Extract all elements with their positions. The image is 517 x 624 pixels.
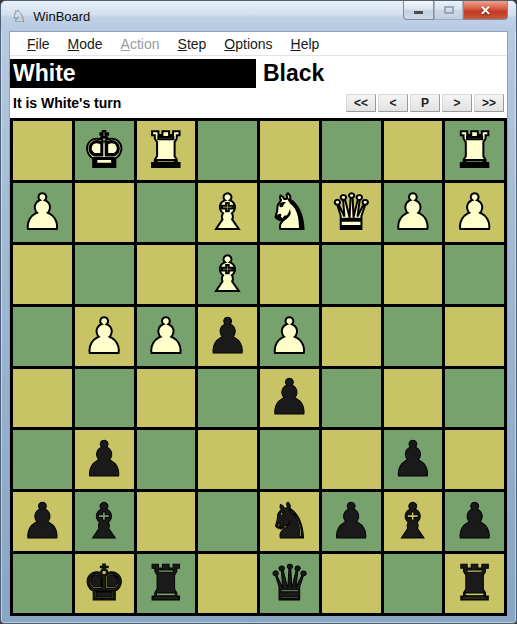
rewind-to-start-button[interactable]: << <box>346 94 376 112</box>
winboard-knight-icon: ♘ <box>11 8 26 25</box>
maximize-button[interactable] <box>434 1 463 20</box>
square-h4[interactable] <box>13 307 72 366</box>
black-pawn[interactable]: ♟ <box>20 497 64 546</box>
square-e4[interactable]: ♟ <box>198 307 257 366</box>
black-king[interactable]: ♚ <box>82 559 126 608</box>
black-pawn[interactable]: ♟ <box>206 312 250 361</box>
close-button[interactable]: ✕ <box>463 1 508 20</box>
square-c6[interactable] <box>322 430 381 489</box>
square-f1[interactable]: ♜ <box>137 121 196 180</box>
square-b7[interactable]: ♝ <box>384 492 443 551</box>
white-bishop[interactable]: ♝ <box>206 250 250 299</box>
square-g1[interactable]: ♚ <box>75 121 134 180</box>
pause-button[interactable]: P <box>410 94 440 112</box>
white-rook[interactable]: ♜ <box>144 126 188 175</box>
square-h5[interactable] <box>13 369 72 428</box>
black-pawn[interactable]: ♟ <box>453 497 497 546</box>
black-rook[interactable]: ♜ <box>144 559 188 608</box>
square-a6[interactable] <box>445 430 504 489</box>
square-e6[interactable] <box>198 430 257 489</box>
clock-row: White Black <box>10 56 507 89</box>
black-rook[interactable]: ♜ <box>453 559 497 608</box>
square-g5[interactable] <box>75 369 134 428</box>
square-b1[interactable] <box>384 121 443 180</box>
square-a2[interactable]: ♟ <box>445 183 504 242</box>
square-c8[interactable] <box>322 554 381 613</box>
black-pawn[interactable]: ♟ <box>391 435 435 484</box>
square-c2[interactable]: ♛ <box>322 183 381 242</box>
square-a5[interactable] <box>445 369 504 428</box>
white-king[interactable]: ♚ <box>82 126 126 175</box>
square-d1[interactable] <box>260 121 319 180</box>
square-h2[interactable]: ♟ <box>13 183 72 242</box>
menu-step[interactable]: Step <box>169 36 216 52</box>
close-icon: ✕ <box>480 3 491 18</box>
square-d8[interactable]: ♛ <box>260 554 319 613</box>
black-clock[interactable]: Black <box>256 60 324 87</box>
turn-status-message: It is White's turn <box>13 95 121 111</box>
square-d2[interactable]: ♞ <box>260 183 319 242</box>
window-title: WinBoard <box>33 9 90 24</box>
square-g7[interactable]: ♝ <box>75 492 134 551</box>
square-a1[interactable]: ♜ <box>445 121 504 180</box>
square-b4[interactable] <box>384 307 443 366</box>
fast-forward-button[interactable]: >> <box>474 94 504 112</box>
white-pawn[interactable]: ♟ <box>453 188 497 237</box>
black-pawn[interactable]: ♟ <box>329 497 373 546</box>
square-g2[interactable] <box>75 183 134 242</box>
white-queen[interactable]: ♛ <box>329 188 373 237</box>
square-b3[interactable] <box>384 245 443 304</box>
square-e1[interactable] <box>198 121 257 180</box>
square-d7[interactable]: ♞ <box>260 492 319 551</box>
square-b2[interactable]: ♟ <box>384 183 443 242</box>
white-pawn[interactable]: ♟ <box>82 312 126 361</box>
square-g8[interactable]: ♚ <box>75 554 134 613</box>
black-pawn[interactable]: ♟ <box>267 373 311 422</box>
square-f5[interactable] <box>137 369 196 428</box>
square-g4[interactable]: ♟ <box>75 307 134 366</box>
square-e8[interactable] <box>198 554 257 613</box>
minimize-button[interactable] <box>403 1 434 20</box>
step-forward-button[interactable]: > <box>442 94 472 112</box>
square-d6[interactable] <box>260 430 319 489</box>
black-bishop[interactable]: ♝ <box>82 497 126 546</box>
chess-board: ♚♜♜♟♝♞♛♟♟♝♟♟♟♟♟♟♟♟♝♞♟♝♟♚♜♛♜ <box>10 118 507 616</box>
white-pawn[interactable]: ♟ <box>391 188 435 237</box>
black-bishop[interactable]: ♝ <box>391 497 435 546</box>
square-b6[interactable]: ♟ <box>384 430 443 489</box>
status-row: It is White's turn << < P > >> <box>10 89 507 118</box>
white-rook[interactable]: ♜ <box>453 126 497 175</box>
square-e5[interactable] <box>198 369 257 428</box>
black-pawn[interactable]: ♟ <box>82 435 126 484</box>
menu-bar: File Mode Action Step Options Help <box>10 32 507 56</box>
square-f4[interactable]: ♟ <box>137 307 196 366</box>
square-c7[interactable]: ♟ <box>322 492 381 551</box>
square-a7[interactable]: ♟ <box>445 492 504 551</box>
square-f6[interactable] <box>137 430 196 489</box>
square-h8[interactable] <box>13 554 72 613</box>
square-b5[interactable] <box>384 369 443 428</box>
white-pawn[interactable]: ♟ <box>144 312 188 361</box>
white-bishop[interactable]: ♝ <box>206 188 250 237</box>
square-f2[interactable] <box>137 183 196 242</box>
square-c4[interactable] <box>322 307 381 366</box>
square-c3[interactable] <box>322 245 381 304</box>
black-queen[interactable]: ♛ <box>267 559 311 608</box>
white-pawn[interactable]: ♟ <box>267 312 311 361</box>
square-h7[interactable]: ♟ <box>13 492 72 551</box>
square-h6[interactable] <box>13 430 72 489</box>
square-f7[interactable] <box>137 492 196 551</box>
window-controls: ✕ <box>403 1 508 20</box>
square-f8[interactable]: ♜ <box>137 554 196 613</box>
white-knight[interactable]: ♞ <box>267 188 311 237</box>
square-b8[interactable] <box>384 554 443 613</box>
square-f3[interactable] <box>137 245 196 304</box>
white-pawn[interactable]: ♟ <box>20 188 64 237</box>
step-back-button[interactable]: < <box>378 94 408 112</box>
black-knight[interactable]: ♞ <box>267 497 311 546</box>
square-a8[interactable]: ♜ <box>445 554 504 613</box>
square-d3[interactable] <box>260 245 319 304</box>
square-g3[interactable] <box>75 245 134 304</box>
square-e7[interactable] <box>198 492 257 551</box>
menu-mode[interactable]: Mode <box>59 36 112 52</box>
minimize-icon <box>414 11 423 14</box>
window-content: File Mode Action Step Options Help White… <box>9 31 508 617</box>
maximize-icon <box>444 6 454 14</box>
square-g6[interactable]: ♟ <box>75 430 134 489</box>
square-c1[interactable] <box>322 121 381 180</box>
square-e2[interactable]: ♝ <box>198 183 257 242</box>
square-e3[interactable]: ♝ <box>198 245 257 304</box>
square-a3[interactable] <box>445 245 504 304</box>
menu-action: Action <box>112 36 169 52</box>
winboard-window: ♘ WinBoard ✕ File Mode Action Step Optio… <box>0 0 517 624</box>
square-c5[interactable] <box>322 369 381 428</box>
square-h1[interactable] <box>13 121 72 180</box>
menu-help[interactable]: Help <box>282 36 329 52</box>
square-h3[interactable] <box>13 245 72 304</box>
square-a4[interactable] <box>445 307 504 366</box>
square-d4[interactable]: ♟ <box>260 307 319 366</box>
menu-options[interactable]: Options <box>215 36 281 52</box>
game-navigation: << < P > >> <box>346 94 504 112</box>
square-d5[interactable]: ♟ <box>260 369 319 428</box>
white-clock[interactable]: White <box>10 59 256 88</box>
menu-file[interactable]: File <box>18 36 59 52</box>
